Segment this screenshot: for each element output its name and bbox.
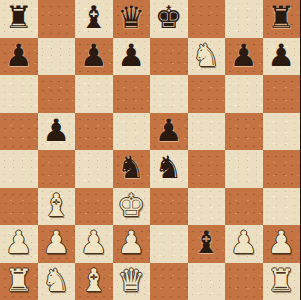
square-b1[interactable]: ♞ xyxy=(38,263,76,300)
square-g4[interactable] xyxy=(225,150,263,188)
square-h6[interactable] xyxy=(263,75,301,113)
square-g3[interactable] xyxy=(225,188,263,226)
square-d7[interactable]: ♟ xyxy=(113,38,151,76)
square-a3[interactable] xyxy=(0,188,38,226)
square-g2[interactable]: ♟ xyxy=(225,225,263,263)
piece-white-knight: ♞ xyxy=(42,265,70,296)
square-b6[interactable] xyxy=(38,75,76,113)
piece-white-rook: ♜ xyxy=(5,265,33,296)
square-e3[interactable] xyxy=(150,188,188,226)
square-d6[interactable] xyxy=(113,75,151,113)
square-c6[interactable] xyxy=(75,75,113,113)
square-c3[interactable] xyxy=(75,188,113,226)
square-b2[interactable]: ♟ xyxy=(38,225,76,263)
square-f4[interactable] xyxy=(188,150,226,188)
square-e4[interactable]: ♞ xyxy=(150,150,188,188)
piece-white-bishop: ♝ xyxy=(80,265,108,296)
piece-black-bishop: ♝ xyxy=(192,227,220,258)
square-a8[interactable]: ♜ xyxy=(0,0,38,38)
piece-black-pawn: ♟ xyxy=(155,115,183,146)
piece-white-pawn: ♟ xyxy=(267,227,295,258)
square-c8[interactable]: ♝ xyxy=(75,0,113,38)
square-b5[interactable]: ♟ xyxy=(38,113,76,151)
square-e8[interactable]: ♚ xyxy=(150,0,188,38)
square-e7[interactable] xyxy=(150,38,188,76)
piece-black-pawn: ♟ xyxy=(230,40,258,71)
piece-black-pawn: ♟ xyxy=(117,40,145,71)
square-e5[interactable]: ♟ xyxy=(150,113,188,151)
piece-white-rook: ♜ xyxy=(267,265,295,296)
piece-black-knight: ♞ xyxy=(155,152,183,183)
square-g8[interactable] xyxy=(225,0,263,38)
square-c5[interactable] xyxy=(75,113,113,151)
square-f1[interactable] xyxy=(188,263,226,300)
square-b7[interactable] xyxy=(38,38,76,76)
square-b8[interactable] xyxy=(38,0,76,38)
square-a6[interactable] xyxy=(0,75,38,113)
square-d8[interactable]: ♛ xyxy=(113,0,151,38)
piece-black-rook: ♜ xyxy=(5,2,33,33)
square-e2[interactable] xyxy=(150,225,188,263)
piece-white-pawn: ♟ xyxy=(42,227,70,258)
square-g6[interactable] xyxy=(225,75,263,113)
square-f7[interactable]: ♞ xyxy=(188,38,226,76)
square-g5[interactable] xyxy=(225,113,263,151)
piece-black-king: ♚ xyxy=(155,2,183,33)
piece-black-knight: ♞ xyxy=(117,152,145,183)
square-f2[interactable]: ♝ xyxy=(188,225,226,263)
square-a2[interactable]: ♟ xyxy=(0,225,38,263)
piece-white-knight: ♞ xyxy=(192,40,220,71)
piece-white-pawn: ♟ xyxy=(117,227,145,258)
square-c4[interactable] xyxy=(75,150,113,188)
square-h7[interactable]: ♟ xyxy=(263,38,301,76)
square-a5[interactable] xyxy=(0,113,38,151)
piece-black-pawn: ♟ xyxy=(267,40,295,71)
piece-black-pawn: ♟ xyxy=(5,40,33,71)
square-b3[interactable]: ♝ xyxy=(38,188,76,226)
chess-board-container: ♜♝♛♚♜♟♟♟♞♟♟♟♟♞♞♝♚♟♟♟♟♝♟♟♜♞♝♛♜ xyxy=(0,0,300,300)
square-f6[interactable] xyxy=(188,75,226,113)
square-b4[interactable] xyxy=(38,150,76,188)
square-a7[interactable]: ♟ xyxy=(0,38,38,76)
square-e6[interactable] xyxy=(150,75,188,113)
square-g1[interactable] xyxy=(225,263,263,300)
piece-white-queen: ♛ xyxy=(117,265,145,296)
piece-black-pawn: ♟ xyxy=(42,115,70,146)
piece-black-queen: ♛ xyxy=(117,2,145,33)
piece-white-bishop: ♝ xyxy=(42,190,70,221)
square-h2[interactable]: ♟ xyxy=(263,225,301,263)
square-h4[interactable] xyxy=(263,150,301,188)
square-f5[interactable] xyxy=(188,113,226,151)
square-h5[interactable] xyxy=(263,113,301,151)
square-a4[interactable] xyxy=(0,150,38,188)
chess-board: ♜♝♛♚♜♟♟♟♞♟♟♟♟♞♞♝♚♟♟♟♟♝♟♟♜♞♝♛♜ xyxy=(0,0,300,300)
square-g7[interactable]: ♟ xyxy=(225,38,263,76)
piece-white-pawn: ♟ xyxy=(230,227,258,258)
square-c7[interactable]: ♟ xyxy=(75,38,113,76)
piece-black-bishop: ♝ xyxy=(80,2,108,33)
square-d3[interactable]: ♚ xyxy=(113,188,151,226)
square-d1[interactable]: ♛ xyxy=(113,263,151,300)
piece-white-pawn: ♟ xyxy=(5,227,33,258)
square-d4[interactable]: ♞ xyxy=(113,150,151,188)
square-h8[interactable]: ♜ xyxy=(263,0,301,38)
square-d5[interactable] xyxy=(113,113,151,151)
square-h1[interactable]: ♜ xyxy=(263,263,301,300)
piece-black-rook: ♜ xyxy=(267,2,295,33)
piece-white-king: ♚ xyxy=(117,190,145,221)
piece-black-pawn: ♟ xyxy=(80,40,108,71)
square-h3[interactable] xyxy=(263,188,301,226)
square-a1[interactable]: ♜ xyxy=(0,263,38,300)
square-f3[interactable] xyxy=(188,188,226,226)
square-e1[interactable] xyxy=(150,263,188,300)
piece-white-pawn: ♟ xyxy=(80,227,108,258)
square-c1[interactable]: ♝ xyxy=(75,263,113,300)
square-f8[interactable] xyxy=(188,0,226,38)
square-d2[interactable]: ♟ xyxy=(113,225,151,263)
square-c2[interactable]: ♟ xyxy=(75,225,113,263)
